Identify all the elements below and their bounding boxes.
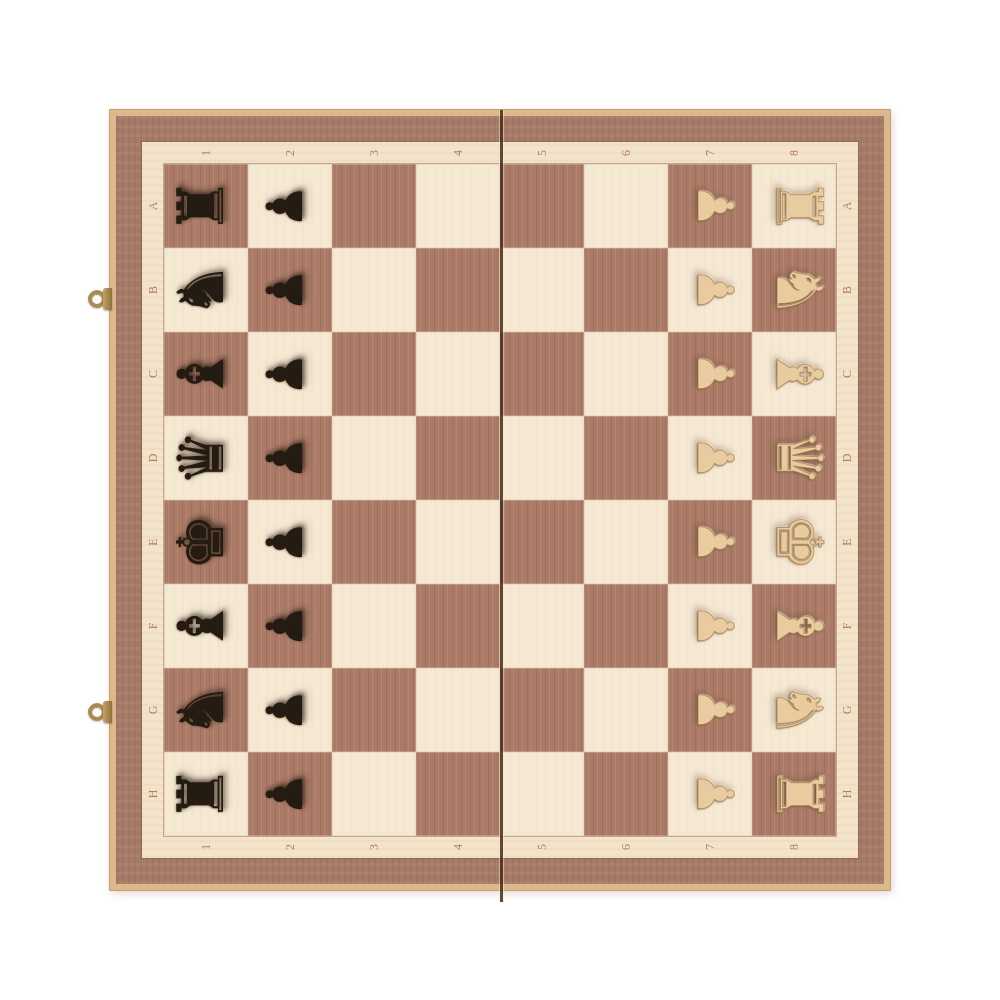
hinge-seam-icon (499, 110, 504, 902)
square-d2[interactable]: ♟ (248, 416, 332, 500)
black-knight-b1[interactable]: ♞ (159, 248, 243, 332)
latch-tab-icon (103, 701, 112, 723)
white-pawn-c7[interactable]: ♟ (673, 332, 757, 416)
square-b2[interactable]: ♟ (248, 248, 332, 332)
black-bishop-c1[interactable]: ♝ (159, 332, 243, 416)
black-pawn-b2[interactable]: ♟ (243, 248, 327, 332)
square-c1[interactable]: ♝ (164, 332, 248, 416)
square-c7[interactable]: ♟ (668, 332, 752, 416)
square-d8[interactable]: ♛ (752, 416, 836, 500)
white-pawn-g7[interactable]: ♟ (673, 668, 757, 752)
square-h8[interactable]: ♜ (752, 752, 836, 836)
black-rook-a1[interactable]: ♜ (159, 164, 243, 248)
black-knight-g1[interactable]: ♞ (159, 668, 243, 752)
white-king-e8[interactable]: ♚ (757, 500, 841, 584)
square-g1[interactable]: ♞ (164, 668, 248, 752)
square-h2[interactable]: ♟ (248, 752, 332, 836)
square-f1[interactable]: ♝ (164, 584, 248, 668)
square-e2[interactable]: ♟ (248, 500, 332, 584)
square-c4[interactable] (416, 332, 500, 416)
black-pawn-d2[interactable]: ♟ (243, 416, 327, 500)
square-e5[interactable] (500, 500, 584, 584)
square-e4[interactable] (416, 500, 500, 584)
black-pawn-h2[interactable]: ♟ (243, 752, 327, 836)
white-pawn-a7[interactable]: ♟ (673, 164, 757, 248)
white-rook-h8[interactable]: ♜ (757, 752, 841, 836)
square-d6[interactable] (584, 416, 668, 500)
square-d3[interactable] (332, 416, 416, 500)
square-a7[interactable]: ♟ (668, 164, 752, 248)
white-pawn-h7[interactable]: ♟ (673, 752, 757, 836)
white-bishop-f8[interactable]: ♝ (757, 584, 841, 668)
square-c6[interactable] (584, 332, 668, 416)
square-a8[interactable]: ♜ (752, 164, 836, 248)
square-f7[interactable]: ♟ (668, 584, 752, 668)
square-g7[interactable]: ♟ (668, 668, 752, 752)
square-e3[interactable] (332, 500, 416, 584)
black-king-e1[interactable]: ♚ (159, 500, 243, 584)
black-pawn-a2[interactable]: ♟ (243, 164, 327, 248)
square-f5[interactable] (500, 584, 584, 668)
square-d1[interactable]: ♛ (164, 416, 248, 500)
square-b1[interactable]: ♞ (164, 248, 248, 332)
white-knight-b8[interactable]: ♞ (757, 248, 841, 332)
square-e8[interactable]: ♚ (752, 500, 836, 584)
square-g5[interactable] (500, 668, 584, 752)
square-e1[interactable]: ♚ (164, 500, 248, 584)
square-g3[interactable] (332, 668, 416, 752)
white-queen-d8[interactable]: ♛ (757, 416, 841, 500)
square-d5[interactable] (500, 416, 584, 500)
square-f2[interactable]: ♟ (248, 584, 332, 668)
latch-tab-icon (103, 288, 112, 310)
chess-box: 12345678 12345678 ABCDEFGH ABCDEFGH ♜♟♟♜… (110, 110, 890, 890)
square-e6[interactable] (584, 500, 668, 584)
black-pawn-c2[interactable]: ♟ (243, 332, 327, 416)
square-a5[interactable] (500, 164, 584, 248)
white-pawn-b7[interactable]: ♟ (673, 248, 757, 332)
square-a3[interactable] (332, 164, 416, 248)
square-a6[interactable] (584, 164, 668, 248)
square-g4[interactable] (416, 668, 500, 752)
brass-latch-bottom (88, 700, 114, 724)
square-d7[interactable]: ♟ (668, 416, 752, 500)
brass-latch-top (88, 287, 114, 311)
square-d4[interactable] (416, 416, 500, 500)
white-knight-g8[interactable]: ♞ (757, 668, 841, 752)
square-f4[interactable] (416, 584, 500, 668)
square-h3[interactable] (332, 752, 416, 836)
square-b8[interactable]: ♞ (752, 248, 836, 332)
white-pawn-e7[interactable]: ♟ (673, 500, 757, 584)
square-b4[interactable] (416, 248, 500, 332)
white-bishop-c8[interactable]: ♝ (757, 332, 841, 416)
black-queen-d1[interactable]: ♛ (159, 416, 243, 500)
square-c5[interactable] (500, 332, 584, 416)
black-pawn-g2[interactable]: ♟ (243, 668, 327, 752)
square-a1[interactable]: ♜ (164, 164, 248, 248)
square-b7[interactable]: ♟ (668, 248, 752, 332)
photo-background: 12345678 12345678 ABCDEFGH ABCDEFGH ♜♟♟♜… (0, 0, 1000, 1000)
square-h1[interactable]: ♜ (164, 752, 248, 836)
square-c2[interactable]: ♟ (248, 332, 332, 416)
square-e7[interactable]: ♟ (668, 500, 752, 584)
square-b6[interactable] (584, 248, 668, 332)
square-f3[interactable] (332, 584, 416, 668)
white-pawn-f7[interactable]: ♟ (673, 584, 757, 668)
square-h5[interactable] (500, 752, 584, 836)
white-pawn-d7[interactable]: ♟ (673, 416, 757, 500)
square-f6[interactable] (584, 584, 668, 668)
square-h4[interactable] (416, 752, 500, 836)
square-b5[interactable] (500, 248, 584, 332)
square-c8[interactable]: ♝ (752, 332, 836, 416)
black-pawn-e2[interactable]: ♟ (243, 500, 327, 584)
square-g6[interactable] (584, 668, 668, 752)
square-c3[interactable] (332, 332, 416, 416)
white-rook-a8[interactable]: ♜ (757, 164, 841, 248)
square-b3[interactable] (332, 248, 416, 332)
square-a4[interactable] (416, 164, 500, 248)
black-pawn-f2[interactable]: ♟ (243, 584, 327, 668)
square-f8[interactable]: ♝ (752, 584, 836, 668)
square-h6[interactable] (584, 752, 668, 836)
black-bishop-f1[interactable]: ♝ (159, 584, 243, 668)
square-g2[interactable]: ♟ (248, 668, 332, 752)
black-rook-h1[interactable]: ♜ (159, 752, 243, 836)
square-a2[interactable]: ♟ (248, 164, 332, 248)
square-g8[interactable]: ♞ (752, 668, 836, 752)
square-h7[interactable]: ♟ (668, 752, 752, 836)
